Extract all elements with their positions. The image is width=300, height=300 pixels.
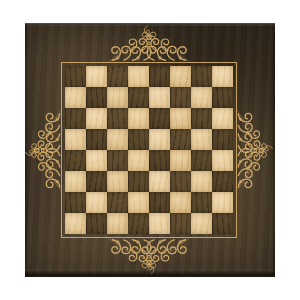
- board-square: [170, 171, 191, 192]
- board-square: [212, 108, 233, 129]
- board-square: [107, 213, 128, 234]
- board-square: [212, 171, 233, 192]
- board-square: [191, 213, 212, 234]
- board-square: [212, 129, 233, 150]
- board-square: [65, 192, 86, 213]
- board-square: [65, 213, 86, 234]
- board-square: [86, 192, 107, 213]
- board-square: [212, 150, 233, 171]
- board-square: [170, 150, 191, 171]
- board-square: [86, 150, 107, 171]
- board-square: [65, 171, 86, 192]
- filigree-ornament-top-icon: [103, 30, 195, 63]
- board-square: [65, 66, 86, 87]
- board-square: [191, 66, 212, 87]
- filigree-ornament-left-icon: [30, 105, 63, 197]
- board-square: [170, 213, 191, 234]
- board-square: [128, 171, 149, 192]
- board-square: [65, 150, 86, 171]
- board-square: [170, 108, 191, 129]
- board-square: [212, 213, 233, 234]
- board-square: [86, 213, 107, 234]
- board-square: [128, 108, 149, 129]
- board-square: [170, 192, 191, 213]
- board-square: [149, 108, 170, 129]
- board-square: [86, 129, 107, 150]
- board-frame: [61, 62, 237, 238]
- board-square: [170, 66, 191, 87]
- board-square: [107, 150, 128, 171]
- board-square: [149, 171, 170, 192]
- board-square: [191, 171, 212, 192]
- board-square: [212, 66, 233, 87]
- board-square: [128, 150, 149, 171]
- board-square: [107, 192, 128, 213]
- board-square: [149, 87, 170, 108]
- board-square: [107, 129, 128, 150]
- board-square: [149, 213, 170, 234]
- board-square: [107, 87, 128, 108]
- board-square: [128, 192, 149, 213]
- board-square: [149, 150, 170, 171]
- board-grid: [65, 66, 233, 234]
- board-square: [170, 87, 191, 108]
- filigree-ornament-right-icon: [236, 105, 269, 197]
- board-square: [191, 87, 212, 108]
- board-square: [65, 87, 86, 108]
- board-square: [128, 66, 149, 87]
- board-square: [170, 129, 191, 150]
- board-square: [149, 192, 170, 213]
- board-square: [107, 108, 128, 129]
- board-square: [191, 108, 212, 129]
- board-square: [107, 66, 128, 87]
- board-square: [128, 129, 149, 150]
- board-square: [107, 171, 128, 192]
- board-square: [191, 192, 212, 213]
- chess-board: [25, 23, 275, 277]
- board-square: [86, 66, 107, 87]
- board-square: [65, 108, 86, 129]
- board-square: [128, 87, 149, 108]
- board-square: [86, 87, 107, 108]
- board-square: [149, 129, 170, 150]
- board-square: [191, 129, 212, 150]
- product-photo-canvas: [0, 0, 300, 300]
- board-bottom-edge: [25, 269, 275, 275]
- board-square: [86, 171, 107, 192]
- board-square: [191, 150, 212, 171]
- filigree-ornament-bottom-icon: [103, 237, 195, 270]
- board-square: [128, 213, 149, 234]
- board-square: [65, 129, 86, 150]
- board-square: [212, 87, 233, 108]
- board-square: [86, 108, 107, 129]
- board-square: [212, 192, 233, 213]
- board-square: [149, 66, 170, 87]
